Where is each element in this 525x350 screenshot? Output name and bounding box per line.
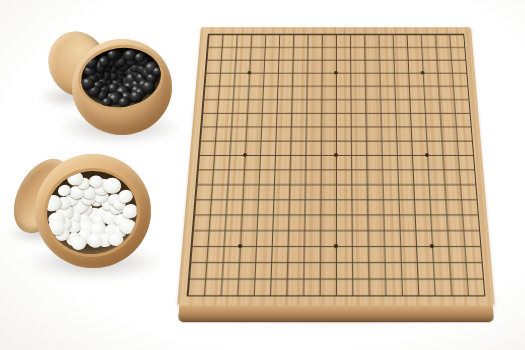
black-bowl-stones (77, 43, 164, 113)
white-stone (89, 176, 103, 188)
star-point (238, 244, 242, 248)
black-stone (141, 82, 156, 94)
star-point (334, 71, 338, 74)
star-point (334, 244, 338, 248)
star-point (421, 71, 425, 74)
black-stones-bowl[interactable] (72, 39, 172, 135)
black-stone (107, 50, 119, 60)
star-point (334, 153, 338, 157)
board-side-edge (178, 305, 494, 322)
white-bowl-opening (40, 163, 145, 262)
star-point (425, 153, 429, 157)
white-bowl-stones (43, 167, 141, 259)
star-point (243, 153, 247, 157)
black-bowl-opening (74, 39, 168, 115)
white-stone (119, 218, 136, 233)
board-wood-surface (177, 27, 495, 305)
go-set-photo (0, 0, 525, 350)
star-point (430, 244, 434, 248)
star-point (247, 71, 251, 74)
white-stones-bowl[interactable] (35, 154, 151, 268)
board-grid[interactable] (187, 34, 486, 297)
go-board[interactable] (177, 27, 495, 305)
